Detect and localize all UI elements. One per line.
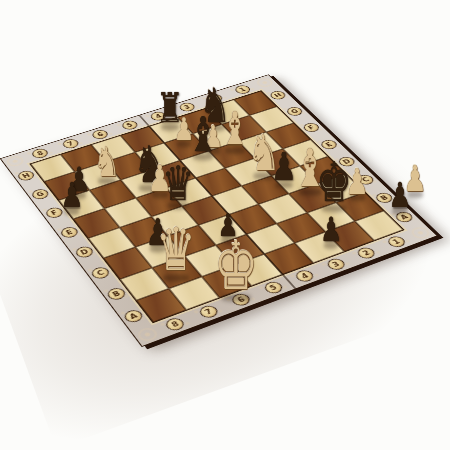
coordinate-label-7: 7: [197, 304, 221, 320]
coordinate-label-B: B: [105, 286, 128, 302]
coordinate-label-3: 3: [324, 257, 347, 272]
coordinate-label-5: 5: [262, 280, 286, 295]
coordinate-label-4: 4: [293, 268, 316, 283]
piece-shadow: [275, 181, 293, 189]
coordinate-label-A: A: [122, 308, 146, 324]
coordinate-label-8: 8: [163, 316, 187, 332]
piece-white-king-a6[interactable]: ♚: [214, 232, 258, 299]
piece-shadow: [97, 177, 116, 185]
piece-white-queen-b7[interactable]: ♛: [156, 220, 195, 279]
piece-black-pawn-a1[interactable]: ♟: [389, 178, 412, 213]
coordinate-label-C: C: [89, 265, 112, 280]
coordinate-label-D: D: [73, 245, 95, 260]
coordinate-label-G: G: [30, 187, 51, 200]
piece-shadow: [192, 153, 214, 161]
piece-black-pawn-a3[interactable]: ♟: [320, 213, 342, 246]
coordinate-label-E: E: [58, 225, 80, 239]
piece-black-queen-e5[interactable]: ♛: [162, 160, 194, 208]
piece-black-pawn-f8[interactable]: ♟: [61, 178, 84, 213]
piece-shadow: [323, 241, 339, 249]
coordinate-label-2: 2: [355, 246, 378, 261]
piece-shadow: [220, 294, 251, 302]
piece-shadow: [224, 147, 245, 155]
piece-shadow: [167, 202, 189, 210]
piece-shadow: [64, 207, 80, 215]
piece-shadow: [162, 274, 190, 282]
product-photo-chess-set: 87654321 87654321 HGFEDCBA HGFEDCBA ♜♞♝♛…: [0, 0, 450, 450]
piece-white-bishop-f3[interactable]: ♝: [220, 107, 250, 152]
coordinate-label-H: H: [16, 169, 37, 182]
piece-black-bishop-f4[interactable]: ♝: [187, 111, 219, 159]
piece-black-king-c2[interactable]: ♚: [316, 156, 352, 210]
piece-shadow: [392, 207, 408, 215]
piece-white-knight-g7[interactable]: ♞: [93, 142, 120, 183]
coordinate-label-1: 1: [385, 235, 408, 249]
